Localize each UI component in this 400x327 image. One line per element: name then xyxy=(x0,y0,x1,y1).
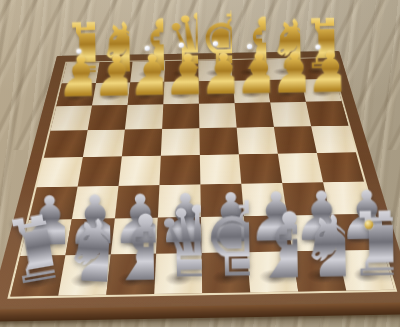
square-d5 xyxy=(161,128,200,155)
silver-queen-d1: ♛ xyxy=(153,194,203,293)
square-h5 xyxy=(311,126,356,153)
square-f7: ♟ xyxy=(233,80,271,103)
gold-pawn-b7: ♟ xyxy=(91,48,128,105)
square-c1: ♝ xyxy=(106,254,156,295)
silver-rook-a1: ♜ xyxy=(0,204,58,299)
gold-pawn-d7: ♟ xyxy=(162,46,199,103)
square-c6 xyxy=(125,104,163,129)
square-g7: ♟ xyxy=(267,79,306,102)
gold-pawn-f7: ♟ xyxy=(234,45,271,102)
silver-knight-g1: ♞ xyxy=(297,203,346,290)
silver-bishop-f1: ♝ xyxy=(249,199,299,291)
square-b6 xyxy=(88,105,128,130)
brass-finial xyxy=(364,220,373,229)
chess-board: ♜♞♝♛♚♝♞♜♟♟♟♟♟♟♟♟♟♟♟♟♟♟♟♟♜♞♝♛♚♝♞♜ xyxy=(0,51,400,312)
board-squares: ♜♞♝♛♚♝♞♜♟♟♟♟♟♟♟♟♟♟♟♟♟♟♟♟♜♞♝♛♚♝♞♜ xyxy=(10,58,394,296)
chess-set-photo: ♜♞♝♛♚♝♞♜♟♟♟♟♟♟♟♟♟♟♟♟♟♟♟♟♜♞♝♛♚♝♞♜ xyxy=(0,0,400,327)
square-d1: ♛ xyxy=(154,253,202,294)
square-f6 xyxy=(235,102,274,127)
gold-pawn-c7: ♟ xyxy=(127,47,164,104)
square-e7: ♟ xyxy=(199,81,235,104)
square-b5 xyxy=(83,130,125,158)
square-g1: ♞ xyxy=(292,251,346,292)
gold-pawn-g7: ♟ xyxy=(269,45,306,102)
gold-pawn-e7: ♟ xyxy=(198,46,235,103)
square-e5 xyxy=(199,128,238,155)
scene: ♜♞♝♛♚♝♞♜♟♟♟♟♟♟♟♟♟♟♟♟♟♟♟♟♜♞♝♛♚♝♞♜ xyxy=(0,0,400,327)
square-f5 xyxy=(237,127,278,154)
square-h1: ♜ xyxy=(338,250,395,291)
square-c7: ♟ xyxy=(128,82,165,105)
silver-king-e1: ♚ xyxy=(200,188,250,292)
square-h7: ♟ xyxy=(301,79,341,102)
square-g5 xyxy=(274,126,317,153)
square-b1: ♞ xyxy=(58,255,111,296)
square-e6 xyxy=(199,103,237,128)
silver-bishop-c1: ♝ xyxy=(105,202,155,294)
square-g6 xyxy=(270,102,311,127)
gold-pawn-h7: ♟ xyxy=(305,44,342,101)
square-a7: ♟ xyxy=(56,83,96,106)
square-h6 xyxy=(306,101,348,126)
silver-knight-b1: ♞ xyxy=(59,207,111,295)
square-a1: ♜ xyxy=(10,255,65,296)
square-c5 xyxy=(122,129,162,157)
square-d6 xyxy=(162,104,199,129)
square-d7: ♟ xyxy=(163,81,199,104)
silver-rook-h1: ♜ xyxy=(344,200,393,289)
square-a5 xyxy=(44,130,88,158)
square-f1: ♝ xyxy=(247,251,298,292)
square-e1: ♚ xyxy=(202,252,251,293)
square-b7: ♟ xyxy=(92,82,130,105)
square-a6 xyxy=(50,106,92,131)
gold-pawn-a7: ♟ xyxy=(56,48,93,105)
